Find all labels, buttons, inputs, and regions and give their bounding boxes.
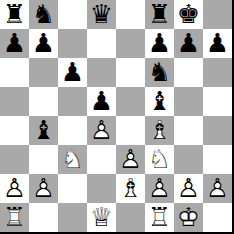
black-piece-glyph: ♟	[0, 29, 29, 58]
piece-white-king: ♚♔	[174, 203, 203, 232]
piece-black-pawn: ♟	[0, 29, 29, 58]
square-b8[interactable]: ♞	[29, 0, 58, 29]
square-f2[interactable]: ♟♙	[145, 174, 174, 203]
white-piece-outline: ♙	[29, 174, 58, 203]
square-e1[interactable]	[116, 203, 145, 232]
square-f4[interactable]: ♝♗	[145, 116, 174, 145]
white-piece-outline: ♕	[87, 203, 116, 232]
chess-board: ♜♞♛♜♚♟♟♟♟♟♟♞♟♝♝♟♙♝♗♞♘♟♙♞♘♟♙♟♙♝♗♟♙♟♙♟♙♜♖♛…	[0, 0, 234, 234]
piece-black-rook: ♜	[145, 0, 174, 29]
square-d5[interactable]: ♟	[87, 87, 116, 116]
white-piece-outline: ♙	[203, 174, 232, 203]
piece-white-pawn: ♟♙	[29, 174, 58, 203]
square-h1[interactable]	[203, 203, 232, 232]
square-h8[interactable]	[203, 0, 232, 29]
white-piece-outline: ♔	[174, 203, 203, 232]
square-h3[interactable]	[203, 145, 232, 174]
white-piece-outline: ♖	[145, 203, 174, 232]
black-piece-glyph: ♜	[145, 0, 174, 29]
square-c8[interactable]	[58, 0, 87, 29]
square-a3[interactable]	[0, 145, 29, 174]
square-h5[interactable]	[203, 87, 232, 116]
square-b7[interactable]: ♟	[29, 29, 58, 58]
white-piece-outline: ♗	[145, 116, 174, 145]
square-g4[interactable]	[174, 116, 203, 145]
square-b2[interactable]: ♟♙	[29, 174, 58, 203]
black-piece-glyph: ♟	[87, 87, 116, 116]
piece-white-pawn: ♟♙	[145, 174, 174, 203]
square-f7[interactable]: ♟	[145, 29, 174, 58]
black-piece-glyph: ♟	[29, 29, 58, 58]
square-h6[interactable]	[203, 58, 232, 87]
square-d8[interactable]: ♛	[87, 0, 116, 29]
piece-black-pawn: ♟	[145, 29, 174, 58]
white-piece-outline: ♙	[87, 116, 116, 145]
square-e7[interactable]	[116, 29, 145, 58]
square-c7[interactable]	[58, 29, 87, 58]
square-g5[interactable]	[174, 87, 203, 116]
square-d4[interactable]: ♟♙	[87, 116, 116, 145]
piece-black-queen: ♛	[87, 0, 116, 29]
square-a8[interactable]: ♜	[0, 0, 29, 29]
piece-black-rook: ♜	[0, 0, 29, 29]
square-f8[interactable]: ♜	[145, 0, 174, 29]
piece-black-pawn: ♟	[58, 58, 87, 87]
square-f6[interactable]: ♞	[145, 58, 174, 87]
square-c1[interactable]	[58, 203, 87, 232]
square-e8[interactable]	[116, 0, 145, 29]
square-d7[interactable]	[87, 29, 116, 58]
black-piece-glyph: ♟	[145, 29, 174, 58]
square-e4[interactable]	[116, 116, 145, 145]
square-g8[interactable]: ♚	[174, 0, 203, 29]
square-e5[interactable]	[116, 87, 145, 116]
piece-white-pawn: ♟♙	[0, 174, 29, 203]
square-b1[interactable]	[29, 203, 58, 232]
piece-black-pawn: ♟	[174, 29, 203, 58]
black-piece-glyph: ♛	[87, 0, 116, 29]
square-b5[interactable]	[29, 87, 58, 116]
piece-black-bishop: ♝	[29, 116, 58, 145]
square-e2[interactable]: ♝♗	[116, 174, 145, 203]
piece-white-rook: ♜♖	[0, 203, 29, 232]
black-piece-glyph: ♟	[203, 29, 232, 58]
white-piece-outline: ♘	[145, 145, 174, 174]
square-g6[interactable]	[174, 58, 203, 87]
piece-white-bishop: ♝♗	[116, 174, 145, 203]
white-piece-outline: ♙	[116, 145, 145, 174]
square-a2[interactable]: ♟♙	[0, 174, 29, 203]
square-f3[interactable]: ♞♘	[145, 145, 174, 174]
black-piece-glyph: ♜	[0, 0, 29, 29]
square-c6[interactable]: ♟	[58, 58, 87, 87]
square-f5[interactable]: ♝	[145, 87, 174, 116]
black-piece-glyph: ♝	[145, 87, 174, 116]
square-b6[interactable]	[29, 58, 58, 87]
square-h2[interactable]: ♟♙	[203, 174, 232, 203]
piece-white-rook: ♜♖	[145, 203, 174, 232]
white-piece-outline: ♙	[145, 174, 174, 203]
square-c2[interactable]	[58, 174, 87, 203]
black-piece-glyph: ♞	[29, 0, 58, 29]
piece-black-knight: ♞	[29, 0, 58, 29]
square-g1[interactable]: ♚♔	[174, 203, 203, 232]
square-c3[interactable]: ♞♘	[58, 145, 87, 174]
black-piece-glyph: ♚	[174, 0, 203, 29]
square-d1[interactable]: ♛♕	[87, 203, 116, 232]
piece-white-pawn: ♟♙	[174, 174, 203, 203]
piece-white-queen: ♛♕	[87, 203, 116, 232]
square-a5[interactable]	[0, 87, 29, 116]
black-piece-glyph: ♟	[174, 29, 203, 58]
piece-black-pawn: ♟	[203, 29, 232, 58]
square-b3[interactable]	[29, 145, 58, 174]
white-piece-outline: ♖	[0, 203, 29, 232]
white-piece-outline: ♙	[0, 174, 29, 203]
square-c4[interactable]	[58, 116, 87, 145]
piece-white-pawn: ♟♙	[87, 116, 116, 145]
square-e3[interactable]: ♟♙	[116, 145, 145, 174]
piece-white-knight: ♞♘	[145, 145, 174, 174]
white-piece-outline: ♗	[116, 174, 145, 203]
square-b4[interactable]: ♝	[29, 116, 58, 145]
piece-white-pawn: ♟♙	[116, 145, 145, 174]
white-piece-outline: ♘	[58, 145, 87, 174]
piece-black-pawn: ♟	[87, 87, 116, 116]
black-piece-glyph: ♝	[29, 116, 58, 145]
black-piece-glyph: ♟	[58, 58, 87, 87]
square-a7[interactable]: ♟	[0, 29, 29, 58]
square-c5[interactable]	[58, 87, 87, 116]
square-g3[interactable]	[174, 145, 203, 174]
white-piece-outline: ♙	[174, 174, 203, 203]
square-e6[interactable]	[116, 58, 145, 87]
square-h7[interactable]: ♟	[203, 29, 232, 58]
piece-black-king: ♚	[174, 0, 203, 29]
piece-white-knight: ♞♘	[58, 145, 87, 174]
piece-white-pawn: ♟♙	[203, 174, 232, 203]
square-a6[interactable]	[0, 58, 29, 87]
square-d2[interactable]	[87, 174, 116, 203]
square-g7[interactable]: ♟	[174, 29, 203, 58]
piece-black-bishop: ♝	[145, 87, 174, 116]
square-f1[interactable]: ♜♖	[145, 203, 174, 232]
square-g2[interactable]: ♟♙	[174, 174, 203, 203]
square-d3[interactable]	[87, 145, 116, 174]
square-h4[interactable]	[203, 116, 232, 145]
square-a1[interactable]: ♜♖	[0, 203, 29, 232]
black-piece-glyph: ♞	[145, 58, 174, 87]
piece-black-knight: ♞	[145, 58, 174, 87]
square-a4[interactable]	[0, 116, 29, 145]
square-d6[interactable]	[87, 58, 116, 87]
piece-white-bishop: ♝♗	[145, 116, 174, 145]
piece-black-pawn: ♟	[29, 29, 58, 58]
